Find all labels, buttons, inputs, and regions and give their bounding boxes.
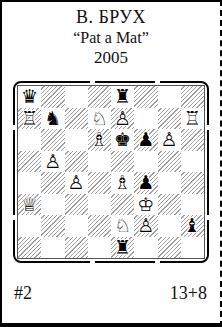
frame-tick xyxy=(90,261,95,263)
square-f6: ♟ xyxy=(134,129,157,151)
black-queen: ♛ xyxy=(21,87,38,106)
board: ♛♜♖♞♘♙♖♗♚♟♙♙♙♗♟♕♔♘♙♝♜ xyxy=(18,86,204,258)
diagram-header: В. БРУХ “Pat a Mat” 2005 xyxy=(2,2,220,68)
white-bishop: ♗ xyxy=(91,130,108,149)
square-c6 xyxy=(65,129,88,151)
square-g8 xyxy=(158,86,181,108)
white-rook: ♖ xyxy=(21,109,38,128)
white-rook: ♖ xyxy=(184,109,201,128)
author-name: В. БРУХ xyxy=(2,7,220,28)
black-knight: ♞ xyxy=(44,109,61,128)
frame-tick xyxy=(13,215,15,220)
white-knight: ♘ xyxy=(114,216,131,235)
square-g5 xyxy=(158,151,181,173)
square-e7: ♙ xyxy=(111,108,134,130)
square-c2 xyxy=(65,215,88,237)
square-b4 xyxy=(41,172,64,194)
square-h5 xyxy=(181,151,204,173)
square-a5 xyxy=(18,151,41,173)
square-g6: ♙ xyxy=(158,129,181,151)
square-b5: ♙ xyxy=(41,151,64,173)
square-c3 xyxy=(65,194,88,216)
square-e1: ♜ xyxy=(111,237,134,259)
square-f5 xyxy=(134,151,157,173)
square-h3 xyxy=(181,194,204,216)
square-g7 xyxy=(158,108,181,130)
square-b2 xyxy=(41,215,64,237)
square-a6 xyxy=(18,129,41,151)
square-b8 xyxy=(41,86,64,108)
square-e4: ♗ xyxy=(111,172,134,194)
diagram-page: В. БРУХ “Pat a Mat” 2005 ♛♜♖♞♘♙♖♗♚♟♙♙♙♗♟… xyxy=(0,0,222,327)
square-d2 xyxy=(88,215,111,237)
square-d5 xyxy=(88,151,111,173)
white-queen: ♕ xyxy=(21,195,38,214)
square-e2: ♘ xyxy=(111,215,134,237)
square-f7 xyxy=(134,108,157,130)
board-inner-border: ♛♜♖♞♘♙♖♗♚♟♙♙♙♗♟♕♔♘♙♝♜ xyxy=(17,85,205,259)
white-pawn: ♙ xyxy=(44,152,61,171)
square-c8 xyxy=(65,86,88,108)
square-d7: ♘ xyxy=(88,108,111,130)
square-b7: ♞ xyxy=(41,108,64,130)
square-d8 xyxy=(88,86,111,108)
square-a1 xyxy=(18,237,41,259)
diagram-footer: #2 13+8 xyxy=(2,283,220,303)
square-h2: ♝ xyxy=(181,215,204,237)
square-g3 xyxy=(158,194,181,216)
source-title: “Pat a Mat” xyxy=(2,28,220,48)
square-h7: ♖ xyxy=(181,108,204,130)
square-a4 xyxy=(18,172,41,194)
black-rook: ♜ xyxy=(114,238,131,257)
square-f2: ♙ xyxy=(134,215,157,237)
square-h6 xyxy=(181,129,204,151)
square-g4 xyxy=(158,172,181,194)
square-e3 xyxy=(111,194,134,216)
square-d3 xyxy=(88,194,111,216)
black-rook: ♜ xyxy=(114,87,131,106)
square-f3: ♔ xyxy=(134,194,157,216)
square-a7: ♖ xyxy=(18,108,41,130)
square-c4: ♙ xyxy=(65,172,88,194)
square-h1 xyxy=(181,237,204,259)
square-f1 xyxy=(134,237,157,259)
black-king: ♚ xyxy=(114,130,131,149)
publication-year: 2005 xyxy=(2,48,220,68)
square-h8 xyxy=(181,86,204,108)
material-count: 13+8 xyxy=(170,283,207,303)
square-c5 xyxy=(65,151,88,173)
frame-tick xyxy=(207,215,209,220)
frame-tick xyxy=(155,81,160,83)
square-g2 xyxy=(158,215,181,237)
square-d4 xyxy=(88,172,111,194)
white-pawn: ♙ xyxy=(161,130,178,149)
board-frame: ♛♜♖♞♘♙♖♗♚♟♙♙♙♗♟♕♔♘♙♝♜ xyxy=(13,81,209,263)
square-a3: ♕ xyxy=(18,194,41,216)
stipulation: #2 xyxy=(14,283,32,303)
frame-tick xyxy=(13,125,15,130)
white-pawn: ♙ xyxy=(68,173,85,192)
white-king: ♔ xyxy=(137,195,154,214)
white-bishop: ♗ xyxy=(114,173,131,192)
square-f4: ♟ xyxy=(134,172,157,194)
square-e6: ♚ xyxy=(111,129,134,151)
square-e5 xyxy=(111,151,134,173)
square-b3 xyxy=(41,194,64,216)
black-pawn: ♟ xyxy=(137,173,154,192)
frame-tick xyxy=(90,81,95,83)
square-a8: ♛ xyxy=(18,86,41,108)
square-d1 xyxy=(88,237,111,259)
square-c7 xyxy=(65,108,88,130)
square-a2 xyxy=(18,215,41,237)
white-pawn: ♙ xyxy=(137,216,154,235)
frame-tick xyxy=(155,261,160,263)
square-d6: ♗ xyxy=(88,129,111,151)
square-g1 xyxy=(158,237,181,259)
square-f8 xyxy=(134,86,157,108)
square-h4 xyxy=(181,172,204,194)
square-c1 xyxy=(65,237,88,259)
square-e8: ♜ xyxy=(111,86,134,108)
square-b1 xyxy=(41,237,64,259)
frame-tick xyxy=(207,125,209,130)
white-knight: ♘ xyxy=(91,109,108,128)
white-pawn: ♙ xyxy=(114,109,131,128)
black-bishop: ♝ xyxy=(184,216,201,235)
black-pawn: ♟ xyxy=(137,130,154,149)
square-b6 xyxy=(41,129,64,151)
